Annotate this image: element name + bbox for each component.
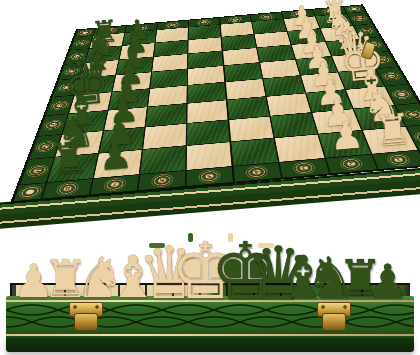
square-d5	[187, 66, 225, 86]
square-h6	[139, 146, 186, 175]
white-rook: ♜	[371, 108, 413, 152]
coord-label: 3	[280, 159, 329, 178]
square-c3	[257, 45, 296, 63]
open-board-scene: 87654321A♜♟♟♜AB♞♟♟♞BC♝♟♟♝CD♛♟♟♛DE♚♟♟♚EF♝…	[0, 0, 420, 355]
coord-rosette-2: 2	[325, 154, 378, 174]
chess-set-product-photo: 87654321A♜♟♟♜AB♞♟♟♞BC♝♟♟♝CD♛♟♟♛DE♚♟♟♚EF♝…	[0, 0, 420, 355]
square-e5	[187, 82, 227, 103]
white-pawn: ♟	[328, 117, 365, 156]
square-e6	[147, 85, 187, 107]
square-h5	[186, 142, 232, 171]
square-c4	[222, 48, 259, 66]
coord-label: 1	[373, 151, 420, 170]
green-pawn: ♟	[96, 137, 133, 176]
square-f3	[266, 93, 311, 116]
coord-label: 2	[326, 155, 377, 174]
square-d3	[260, 59, 301, 78]
square-d6	[150, 69, 188, 89]
green-rook: ♜	[48, 136, 90, 180]
coord-label: 4	[233, 163, 281, 182]
square-c5	[188, 51, 224, 69]
coord-rosette-1: 1	[372, 150, 420, 170]
